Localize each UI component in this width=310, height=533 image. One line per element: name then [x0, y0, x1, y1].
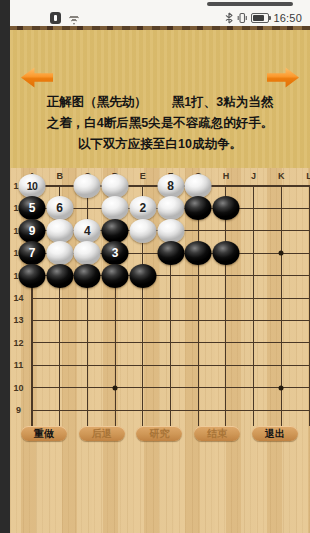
stone-D18[interactable] — [102, 196, 129, 220]
solution-text: 正解图（黑先劫） 黑1打、3粘为当然 之着，白4断后黑5尖是不容疏忽的好手。 以… — [20, 92, 300, 155]
grid-vline-H — [225, 185, 226, 426]
status-bar: 16:50 — [10, 0, 310, 26]
move-number-D16: 3 — [112, 246, 119, 260]
coord-number-9: 9 — [10, 405, 27, 415]
next-problem-arrow-icon[interactable] — [267, 66, 299, 89]
stone-D15[interactable] — [102, 264, 129, 288]
vibrate-icon — [237, 12, 247, 24]
stone-E17[interactable] — [129, 219, 156, 243]
stone-E18[interactable]: 2 — [129, 196, 156, 220]
coord-number-14: 14 — [10, 293, 27, 303]
stone-A15[interactable] — [19, 264, 46, 288]
stone-D19[interactable] — [102, 174, 129, 198]
move-number-E18: 2 — [139, 201, 146, 215]
coord-letter-H: H — [223, 171, 230, 181]
solution-panel: 正解图（黑先劫） 黑1打、3粘为当然 之着，白4断后黑5尖是不容疏忽的好手。 以… — [10, 30, 310, 168]
prev-problem-arrow-icon[interactable] — [21, 66, 53, 89]
grid-hline-11 — [31, 365, 310, 366]
coord-letter-K: K — [278, 171, 285, 181]
stone-G19[interactable] — [185, 174, 212, 198]
grid-hline-10 — [31, 387, 310, 388]
stone-F18[interactable] — [157, 196, 184, 220]
stone-D17[interactable] — [102, 219, 129, 243]
coord-number-10: 10 — [10, 383, 27, 393]
stone-E15[interactable] — [129, 264, 156, 288]
stone-A19[interactable]: 10 — [19, 174, 46, 198]
coord-number-13: 13 — [10, 315, 27, 325]
notification-badge-icon — [50, 12, 61, 24]
stone-F19[interactable]: 8 — [157, 174, 184, 198]
grid-hline-13 — [31, 320, 310, 321]
move-number-A16: 7 — [29, 246, 36, 260]
move-number-A18: 5 — [29, 201, 36, 215]
move-number-C17: 4 — [84, 224, 91, 238]
stone-C16[interactable] — [74, 241, 101, 265]
coord-letter-L: L — [306, 171, 310, 181]
research-button[interactable]: 研究 — [136, 426, 182, 441]
coord-number-12: 12 — [10, 338, 27, 348]
stone-B18[interactable]: 6 — [46, 196, 73, 220]
stone-H16[interactable] — [212, 241, 239, 265]
grid-vline-L — [309, 185, 310, 426]
stone-F16[interactable] — [157, 241, 184, 265]
redo-button[interactable]: 重做 — [21, 426, 67, 441]
coord-number-11: 11 — [10, 360, 27, 370]
stone-A18[interactable]: 5 — [19, 196, 46, 220]
stone-H18[interactable] — [212, 196, 239, 220]
move-number-A19: 10 — [27, 180, 38, 192]
stone-C15[interactable] — [74, 264, 101, 288]
stone-G16[interactable] — [185, 241, 212, 265]
wifi-icon — [67, 14, 81, 25]
stone-F17[interactable] — [157, 219, 184, 243]
grid-hline-9 — [31, 410, 310, 411]
end-button[interactable]: 结束 — [194, 426, 240, 441]
app-screen: 16:50 正解图（黑先劫） 黑1打、3粘为当然 之着，白4断后黑5尖是不容疏忽… — [10, 0, 310, 533]
stone-G18[interactable] — [185, 196, 212, 220]
battery-icon — [251, 13, 269, 23]
stone-C17[interactable]: 4 — [74, 219, 101, 243]
move-number-B18: 6 — [56, 201, 63, 215]
star-point-D10 — [113, 385, 118, 390]
coord-letter-B: B — [56, 171, 63, 181]
bluetooth-icon — [225, 12, 233, 24]
coord-letter-E: E — [140, 171, 146, 181]
clock-text: 16:50 — [273, 12, 302, 24]
go-board[interactable]: ABCDEFGHJKL19181716151413121110910862459… — [10, 168, 310, 533]
coord-letter-J: J — [251, 171, 256, 181]
grid-hline-12 — [31, 342, 310, 343]
grid-hline-14 — [31, 298, 310, 299]
stone-A17[interactable]: 9 — [19, 219, 46, 243]
notch-bar — [207, 2, 293, 6]
star-point-K10 — [279, 385, 284, 390]
stone-A16[interactable]: 7 — [19, 241, 46, 265]
stone-C19[interactable] — [74, 174, 101, 198]
stone-B15[interactable] — [46, 264, 73, 288]
bottom-button-bar: 重做后退研究结束退出 — [10, 426, 310, 442]
star-point-K16 — [279, 251, 284, 256]
move-number-A17: 9 — [29, 224, 36, 238]
move-number-F19: 8 — [167, 179, 174, 193]
exit-button[interactable]: 退出 — [252, 426, 298, 441]
undo-button[interactable]: 后退 — [79, 426, 125, 441]
grid-vline-J — [253, 185, 254, 426]
stone-D16[interactable]: 3 — [102, 241, 129, 265]
stone-B17[interactable] — [46, 219, 73, 243]
stone-B16[interactable] — [46, 241, 73, 265]
grid-vline-G — [198, 185, 199, 426]
